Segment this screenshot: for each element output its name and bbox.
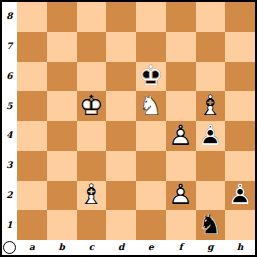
rank-label-2: 2 <box>2 181 17 211</box>
black-pawn-fill-glyph: ♟ <box>225 181 255 211</box>
square-c4[interactable] <box>77 121 107 151</box>
black-pawn-g4: ♟♙ <box>196 121 226 151</box>
board-grid: 876♚♔5♚♔♞♘♝♗4♟♙♟♙32♝♗♟♙♟♙1♞♘abcdefgh <box>2 2 255 255</box>
square-g3[interactable] <box>196 151 226 181</box>
white-king-outline-glyph: ♔ <box>77 91 107 121</box>
white-pawn-f2: ♟♙ <box>166 181 196 211</box>
square-a5[interactable] <box>17 91 47 121</box>
square-h8[interactable] <box>225 2 255 32</box>
square-h3[interactable] <box>225 151 255 181</box>
square-b5[interactable] <box>47 91 77 121</box>
square-g5[interactable]: ♝♗ <box>196 91 226 121</box>
rank-label-5: 5 <box>2 91 17 121</box>
square-e4[interactable] <box>136 121 166 151</box>
square-d6[interactable] <box>106 62 136 92</box>
square-f1[interactable] <box>166 210 196 240</box>
black-pawn-h2: ♟♙ <box>225 181 255 211</box>
square-g8[interactable] <box>196 2 226 32</box>
rank-label-3: 3 <box>2 151 17 181</box>
square-g7[interactable] <box>196 32 226 62</box>
square-e5[interactable]: ♞♘ <box>136 91 166 121</box>
white-to-move-circle-icon <box>3 241 16 254</box>
square-b4[interactable] <box>47 121 77 151</box>
black-king-e6: ♚♔ <box>136 62 166 92</box>
black-pawn-outline-glyph: ♙ <box>196 121 226 151</box>
turn-indicator-corner <box>2 240 17 255</box>
white-pawn-f4: ♟♙ <box>166 121 196 151</box>
square-h7[interactable] <box>225 32 255 62</box>
square-e6[interactable]: ♚♔ <box>136 62 166 92</box>
square-d1[interactable] <box>106 210 136 240</box>
square-b3[interactable] <box>47 151 77 181</box>
square-e2[interactable] <box>136 181 166 211</box>
square-h4[interactable] <box>225 121 255 151</box>
white-bishop-c2: ♝♗ <box>77 181 107 211</box>
square-e8[interactable] <box>136 2 166 32</box>
black-knight-outline-glyph: ♘ <box>196 210 226 240</box>
square-b7[interactable] <box>47 32 77 62</box>
rank-label-1: 1 <box>2 210 17 240</box>
chess-diagram: 876♚♔5♚♔♞♘♝♗4♟♙♟♙32♝♗♟♙♟♙1♞♘abcdefgh <box>0 0 257 257</box>
square-f4[interactable]: ♟♙ <box>166 121 196 151</box>
square-c6[interactable] <box>77 62 107 92</box>
file-label-h: h <box>225 240 255 255</box>
square-h2[interactable]: ♟♙ <box>225 181 255 211</box>
white-bishop-fill-glyph: ♝ <box>77 181 107 211</box>
white-knight-outline-glyph: ♘ <box>136 91 166 121</box>
square-h1[interactable] <box>225 210 255 240</box>
file-label-e: e <box>136 240 166 255</box>
square-f5[interactable] <box>166 91 196 121</box>
square-a7[interactable] <box>17 32 47 62</box>
white-bishop-outline-glyph: ♗ <box>77 181 107 211</box>
square-e7[interactable] <box>136 32 166 62</box>
file-label-c: c <box>77 240 107 255</box>
square-c5[interactable]: ♚♔ <box>77 91 107 121</box>
square-d5[interactable] <box>106 91 136 121</box>
file-label-d: d <box>106 240 136 255</box>
square-a3[interactable] <box>17 151 47 181</box>
square-h5[interactable] <box>225 91 255 121</box>
square-d3[interactable] <box>106 151 136 181</box>
rank-label-7: 7 <box>2 32 17 62</box>
square-b6[interactable] <box>47 62 77 92</box>
black-knight-g1: ♞♘ <box>196 210 226 240</box>
square-e3[interactable] <box>136 151 166 181</box>
square-f3[interactable] <box>166 151 196 181</box>
file-label-b: b <box>47 240 77 255</box>
white-bishop-g5: ♝♗ <box>196 91 226 121</box>
white-pawn-outline-glyph: ♙ <box>166 181 196 211</box>
square-a1[interactable] <box>17 210 47 240</box>
file-label-a: a <box>17 240 47 255</box>
square-b1[interactable] <box>47 210 77 240</box>
white-bishop-outline-glyph: ♗ <box>196 91 226 121</box>
square-f2[interactable]: ♟♙ <box>166 181 196 211</box>
black-king-outline-glyph: ♔ <box>136 62 166 92</box>
black-pawn-fill-glyph: ♟ <box>196 121 226 151</box>
square-c2[interactable]: ♝♗ <box>77 181 107 211</box>
square-g4[interactable]: ♟♙ <box>196 121 226 151</box>
square-b2[interactable] <box>47 181 77 211</box>
rank-label-4: 4 <box>2 121 17 151</box>
square-b8[interactable] <box>47 2 77 32</box>
square-a2[interactable] <box>17 181 47 211</box>
black-king-fill-glyph: ♚ <box>136 62 166 92</box>
white-king-c5: ♚♔ <box>77 91 107 121</box>
file-label-g: g <box>196 240 226 255</box>
white-pawn-fill-glyph: ♟ <box>166 181 196 211</box>
square-c3[interactable] <box>77 151 107 181</box>
white-king-fill-glyph: ♚ <box>77 91 107 121</box>
white-knight-fill-glyph: ♞ <box>136 91 166 121</box>
square-g1[interactable]: ♞♘ <box>196 210 226 240</box>
square-d2[interactable] <box>106 181 136 211</box>
square-d8[interactable] <box>106 2 136 32</box>
black-pawn-outline-glyph: ♙ <box>225 181 255 211</box>
square-c1[interactable] <box>77 210 107 240</box>
square-a8[interactable] <box>17 2 47 32</box>
square-f7[interactable] <box>166 32 196 62</box>
square-c7[interactable] <box>77 32 107 62</box>
square-g6[interactable] <box>196 62 226 92</box>
square-e1[interactable] <box>136 210 166 240</box>
square-d7[interactable] <box>106 32 136 62</box>
white-knight-e5: ♞♘ <box>136 91 166 121</box>
square-c8[interactable] <box>77 2 107 32</box>
black-knight-fill-glyph: ♞ <box>196 210 226 240</box>
file-label-f: f <box>166 240 196 255</box>
square-a4[interactable] <box>17 121 47 151</box>
square-d4[interactable] <box>106 121 136 151</box>
square-h6[interactable] <box>225 62 255 92</box>
square-a6[interactable] <box>17 62 47 92</box>
white-pawn-outline-glyph: ♙ <box>166 121 196 151</box>
square-g2[interactable] <box>196 181 226 211</box>
square-f8[interactable] <box>166 2 196 32</box>
rank-label-6: 6 <box>2 62 17 92</box>
square-f6[interactable] <box>166 62 196 92</box>
rank-label-8: 8 <box>2 2 17 32</box>
white-pawn-fill-glyph: ♟ <box>166 121 196 151</box>
white-bishop-fill-glyph: ♝ <box>196 91 226 121</box>
